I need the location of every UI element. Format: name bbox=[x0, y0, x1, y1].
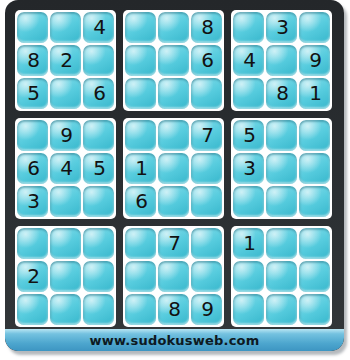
sudoku-cell-r5c1[interactable]: 6 bbox=[17, 153, 48, 184]
sudoku-cell-r4c7[interactable]: 5 bbox=[233, 120, 264, 151]
sudoku-cell-r2c7[interactable]: 4 bbox=[233, 45, 264, 76]
sudoku-box-5: 716 bbox=[123, 118, 224, 219]
sudoku-cell-r1c7[interactable] bbox=[233, 12, 264, 43]
sudoku-cell-r9c7[interactable] bbox=[233, 294, 264, 325]
sudoku-cell-r3c7[interactable] bbox=[233, 78, 264, 109]
sudoku-cell-r3c3[interactable]: 6 bbox=[83, 78, 114, 109]
sudoku-cell-r9c8[interactable] bbox=[266, 294, 297, 325]
sudoku-cell-r2c2[interactable]: 2 bbox=[50, 45, 81, 76]
sudoku-cell-r7c3[interactable] bbox=[83, 228, 114, 259]
sudoku-cell-r6c9[interactable] bbox=[299, 186, 330, 217]
sudoku-cell-r6c6[interactable] bbox=[191, 186, 222, 217]
sudoku-box-3: 34981 bbox=[231, 10, 332, 111]
site-url-text: www.sudokusweb.com bbox=[90, 333, 260, 348]
sudoku-box-7: 2 bbox=[15, 226, 116, 327]
sudoku-cell-r5c7[interactable]: 3 bbox=[233, 153, 264, 184]
sudoku-cell-r7c6[interactable] bbox=[191, 228, 222, 259]
sudoku-cell-r8c4[interactable] bbox=[125, 261, 156, 292]
sudoku-cell-r4c2[interactable]: 9 bbox=[50, 120, 81, 151]
sudoku-box-6: 53 bbox=[231, 118, 332, 219]
sudoku-cell-r7c8[interactable] bbox=[266, 228, 297, 259]
sudoku-cell-r6c8[interactable] bbox=[266, 186, 297, 217]
sudoku-cell-r1c4[interactable] bbox=[125, 12, 156, 43]
sudoku-cell-r5c9[interactable] bbox=[299, 153, 330, 184]
sudoku-cell-r4c9[interactable] bbox=[299, 120, 330, 151]
sudoku-cell-r3c4[interactable] bbox=[125, 78, 156, 109]
sudoku-cell-r6c3[interactable] bbox=[83, 186, 114, 217]
sudoku-cell-r1c2[interactable] bbox=[50, 12, 81, 43]
sudoku-cell-r2c8[interactable] bbox=[266, 45, 297, 76]
sudoku-cell-r8c1[interactable]: 2 bbox=[17, 261, 48, 292]
sudoku-cell-r5c3[interactable]: 5 bbox=[83, 153, 114, 184]
sudoku-cell-r1c9[interactable] bbox=[299, 12, 330, 43]
sudoku-cell-r5c6[interactable] bbox=[191, 153, 222, 184]
sudoku-cell-r9c3[interactable] bbox=[83, 294, 114, 325]
sudoku-box-8: 789 bbox=[123, 226, 224, 327]
sudoku-grid: 482568634981964537165327891 bbox=[15, 10, 332, 327]
sudoku-cell-r1c8[interactable]: 3 bbox=[266, 12, 297, 43]
sudoku-cell-r2c5[interactable] bbox=[158, 45, 189, 76]
footer-bar: www.sudokusweb.com bbox=[5, 329, 344, 351]
sudoku-cell-r3c1[interactable]: 5 bbox=[17, 78, 48, 109]
sudoku-cell-r3c2[interactable] bbox=[50, 78, 81, 109]
sudoku-cell-r8c6[interactable] bbox=[191, 261, 222, 292]
sudoku-cell-r1c3[interactable]: 4 bbox=[83, 12, 114, 43]
sudoku-cell-r7c5[interactable]: 7 bbox=[158, 228, 189, 259]
sudoku-cell-r8c2[interactable] bbox=[50, 261, 81, 292]
sudoku-cell-r2c3[interactable] bbox=[83, 45, 114, 76]
sudoku-cell-r4c5[interactable] bbox=[158, 120, 189, 151]
sudoku-cell-r9c4[interactable] bbox=[125, 294, 156, 325]
sudoku-cell-r7c2[interactable] bbox=[50, 228, 81, 259]
sudoku-cell-r9c9[interactable] bbox=[299, 294, 330, 325]
sudoku-cell-r2c4[interactable] bbox=[125, 45, 156, 76]
sudoku-cell-r6c2[interactable] bbox=[50, 186, 81, 217]
sudoku-cell-r5c2[interactable]: 4 bbox=[50, 153, 81, 184]
sudoku-box-1: 48256 bbox=[15, 10, 116, 111]
sudoku-cell-r9c5[interactable]: 8 bbox=[158, 294, 189, 325]
sudoku-screenshot: 482568634981964537165327891 www.sudokusw… bbox=[0, 0, 350, 360]
sudoku-cell-r5c5[interactable] bbox=[158, 153, 189, 184]
sudoku-cell-r9c1[interactable] bbox=[17, 294, 48, 325]
sudoku-cell-r4c4[interactable] bbox=[125, 120, 156, 151]
sudoku-cell-r8c7[interactable] bbox=[233, 261, 264, 292]
sudoku-cell-r7c7[interactable]: 1 bbox=[233, 228, 264, 259]
sudoku-cell-r8c9[interactable] bbox=[299, 261, 330, 292]
sudoku-cell-r4c8[interactable] bbox=[266, 120, 297, 151]
sudoku-cell-r4c6[interactable]: 7 bbox=[191, 120, 222, 151]
sudoku-cell-r4c1[interactable] bbox=[17, 120, 48, 151]
sudoku-cell-r1c6[interactable]: 8 bbox=[191, 12, 222, 43]
sudoku-cell-r6c5[interactable] bbox=[158, 186, 189, 217]
sudoku-cell-r7c1[interactable] bbox=[17, 228, 48, 259]
sudoku-cell-r9c2[interactable] bbox=[50, 294, 81, 325]
sudoku-cell-r7c9[interactable] bbox=[299, 228, 330, 259]
sudoku-cell-r2c9[interactable]: 9 bbox=[299, 45, 330, 76]
sudoku-cell-r6c4[interactable]: 6 bbox=[125, 186, 156, 217]
sudoku-cell-r1c1[interactable] bbox=[17, 12, 48, 43]
sudoku-cell-r7c4[interactable] bbox=[125, 228, 156, 259]
sudoku-cell-r3c6[interactable] bbox=[191, 78, 222, 109]
sudoku-cell-r8c5[interactable] bbox=[158, 261, 189, 292]
sudoku-cell-r3c9[interactable]: 1 bbox=[299, 78, 330, 109]
sudoku-cell-r3c5[interactable] bbox=[158, 78, 189, 109]
sudoku-cell-r9c6[interactable]: 9 bbox=[191, 294, 222, 325]
sudoku-cell-r3c8[interactable]: 8 bbox=[266, 78, 297, 109]
sudoku-cell-r6c1[interactable]: 3 bbox=[17, 186, 48, 217]
sudoku-box-2: 86 bbox=[123, 10, 224, 111]
sudoku-board-plaque: 482568634981964537165327891 www.sudokusw… bbox=[5, 0, 344, 351]
sudoku-cell-r5c8[interactable] bbox=[266, 153, 297, 184]
sudoku-cell-r6c7[interactable] bbox=[233, 186, 264, 217]
sudoku-cell-r1c5[interactable] bbox=[158, 12, 189, 43]
sudoku-cell-r8c3[interactable] bbox=[83, 261, 114, 292]
sudoku-cell-r5c4[interactable]: 1 bbox=[125, 153, 156, 184]
sudoku-cell-r2c1[interactable]: 8 bbox=[17, 45, 48, 76]
sudoku-cell-r8c8[interactable] bbox=[266, 261, 297, 292]
sudoku-cell-r2c6[interactable]: 6 bbox=[191, 45, 222, 76]
sudoku-cell-r4c3[interactable] bbox=[83, 120, 114, 151]
sudoku-box-4: 96453 bbox=[15, 118, 116, 219]
sudoku-box-9: 1 bbox=[231, 226, 332, 327]
